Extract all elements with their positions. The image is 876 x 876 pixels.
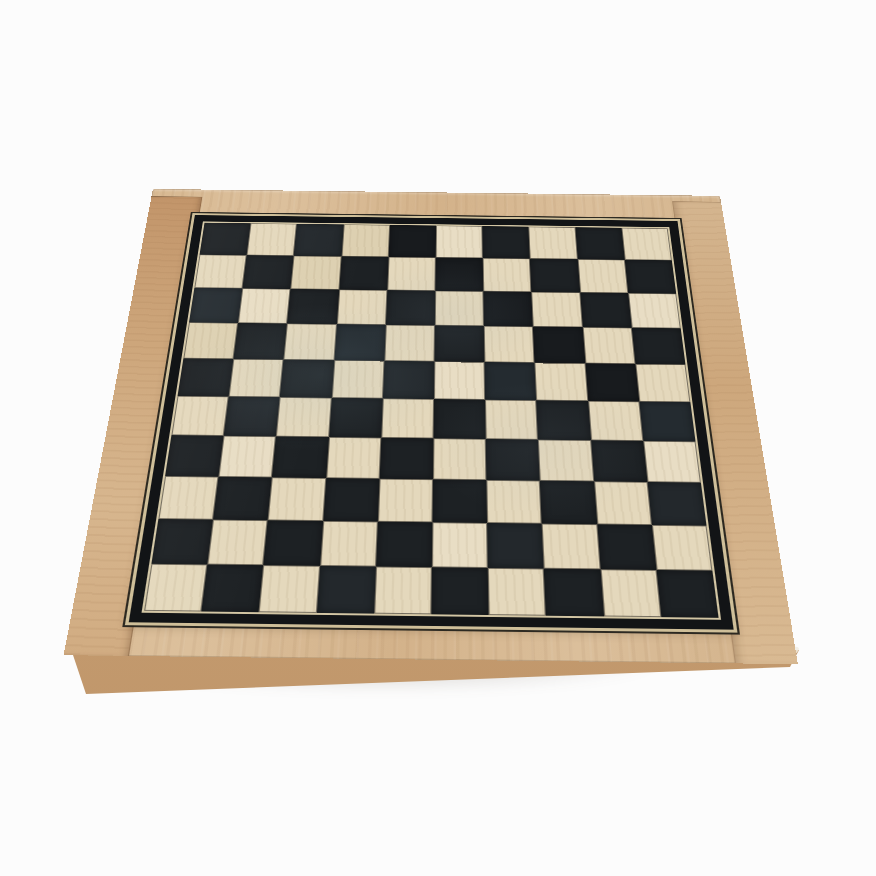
board-square[interactable] — [264, 520, 323, 566]
board-square[interactable] — [434, 361, 485, 399]
board-square[interactable] — [334, 324, 386, 361]
board-square[interactable] — [280, 360, 334, 398]
wooden-frame — [64, 189, 798, 664]
board-square[interactable] — [488, 568, 546, 616]
board-square[interactable] — [580, 293, 632, 328]
board-square[interactable] — [485, 400, 538, 440]
board-square[interactable] — [591, 440, 648, 482]
board-square[interactable] — [189, 288, 243, 323]
draughts-grid — [144, 223, 718, 618]
board-square[interactable] — [243, 255, 294, 289]
board-square[interactable] — [329, 398, 383, 438]
board-square[interactable] — [647, 482, 706, 526]
board-square[interactable] — [656, 570, 718, 618]
board-square[interactable] — [432, 479, 487, 523]
board-square[interactable] — [341, 224, 390, 257]
board-square[interactable] — [151, 519, 213, 565]
board-square[interactable] — [323, 478, 380, 522]
board-square[interactable] — [431, 567, 488, 615]
board-square[interactable] — [635, 364, 690, 402]
board-square[interactable] — [639, 402, 695, 442]
board-square[interactable] — [386, 290, 436, 325]
board-square[interactable] — [158, 476, 218, 520]
board-square[interactable] — [484, 326, 535, 363]
board-square[interactable] — [483, 258, 532, 292]
board-square[interactable] — [224, 397, 280, 437]
board-square[interactable] — [436, 226, 483, 259]
board-square[interactable] — [577, 259, 628, 293]
board-square[interactable] — [171, 396, 228, 436]
board-square[interactable] — [229, 359, 284, 397]
board-square[interactable] — [238, 288, 291, 323]
board-square[interactable] — [597, 524, 656, 570]
board-square[interactable] — [291, 256, 341, 290]
board-square[interactable] — [486, 439, 540, 481]
board-square[interactable] — [276, 397, 331, 437]
board-square[interactable] — [219, 436, 277, 478]
board-square[interactable] — [435, 257, 483, 291]
board-square[interactable] — [483, 291, 533, 326]
board-square[interactable] — [535, 363, 588, 401]
board-square[interactable] — [213, 477, 272, 521]
board-square[interactable] — [533, 327, 585, 364]
board-square[interactable] — [482, 226, 530, 259]
board-square[interactable] — [339, 256, 389, 290]
board-square[interactable] — [432, 522, 488, 568]
board-square[interactable] — [337, 290, 388, 325]
board-square[interactable] — [621, 228, 672, 261]
board-square[interactable] — [600, 569, 661, 617]
board-square[interactable] — [625, 260, 677, 294]
board-square[interactable] — [594, 481, 652, 525]
board-square[interactable] — [259, 565, 320, 613]
board-square[interactable] — [284, 324, 337, 361]
board-square[interactable] — [544, 569, 604, 617]
board-square[interactable] — [628, 293, 681, 328]
board-square[interactable] — [183, 322, 238, 359]
board-square[interactable] — [378, 479, 433, 523]
board-square[interactable] — [582, 327, 635, 364]
board-square[interactable] — [387, 257, 436, 291]
board-square[interactable] — [537, 400, 591, 440]
board-square[interactable] — [433, 438, 487, 480]
board-square[interactable] — [540, 481, 597, 525]
board-square[interactable] — [200, 223, 251, 255]
board-square[interactable] — [165, 435, 224, 477]
board-square[interactable] — [247, 223, 297, 255]
board-square[interactable] — [379, 438, 433, 480]
board-square[interactable] — [383, 361, 435, 399]
board-square[interactable] — [388, 225, 436, 258]
board-square[interactable] — [538, 440, 593, 482]
board-square[interactable] — [575, 227, 625, 260]
board-square[interactable] — [435, 291, 484, 326]
board-square[interactable] — [316, 566, 375, 614]
board-square[interactable] — [234, 323, 288, 360]
board-square[interactable] — [194, 255, 246, 289]
board-square[interactable] — [652, 525, 713, 571]
board-square[interactable] — [530, 259, 580, 293]
board-square[interactable] — [487, 480, 543, 524]
board-square[interactable] — [381, 398, 434, 438]
board-surface — [129, 215, 734, 630]
board-square[interactable] — [643, 441, 701, 483]
board-square[interactable] — [178, 358, 234, 396]
board-square[interactable] — [294, 224, 343, 257]
board-square[interactable] — [632, 328, 686, 365]
board-square[interactable] — [588, 401, 643, 441]
board-square[interactable] — [320, 521, 378, 567]
board-square[interactable] — [144, 564, 207, 612]
board-square[interactable] — [585, 363, 639, 401]
photo-canvas — [0, 0, 876, 876]
board-square[interactable] — [202, 564, 264, 612]
board-square[interactable] — [532, 292, 583, 327]
board-square[interactable] — [485, 362, 537, 400]
board-square[interactable] — [487, 523, 544, 569]
board-square[interactable] — [542, 524, 600, 570]
board-square[interactable] — [433, 399, 485, 439]
board-square[interactable] — [207, 520, 268, 566]
board-square[interactable] — [374, 567, 432, 615]
board-square[interactable] — [384, 325, 435, 362]
board-square[interactable] — [331, 360, 384, 398]
board-square[interactable] — [434, 325, 484, 362]
board-square[interactable] — [272, 436, 328, 478]
board-square[interactable] — [529, 227, 578, 260]
board-perspective-wrap — [110, 92, 757, 700]
board-square[interactable] — [287, 289, 339, 324]
board-square[interactable] — [268, 477, 326, 521]
board-square[interactable] — [376, 522, 433, 568]
board-square[interactable] — [326, 437, 381, 479]
